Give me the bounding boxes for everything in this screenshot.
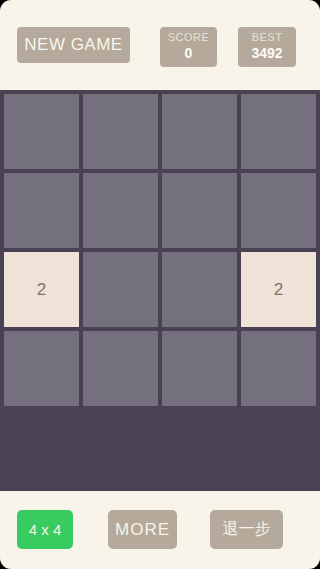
empty-cell — [83, 94, 158, 169]
score-label: SCORE — [168, 31, 210, 45]
tile-2: 2 — [241, 252, 316, 327]
empty-cell — [162, 252, 237, 327]
app-screen: NEW GAME SCORE 0 BEST 3492 22 4 x 4 MORE… — [0, 0, 320, 569]
empty-cell — [241, 94, 316, 169]
new-game-button[interactable]: NEW GAME — [17, 27, 130, 63]
empty-cell — [241, 173, 316, 248]
tile-2: 2 — [4, 252, 79, 327]
empty-cell — [162, 94, 237, 169]
header: NEW GAME SCORE 0 BEST 3492 — [0, 0, 320, 90]
empty-cell — [83, 331, 158, 406]
best-label: BEST — [252, 31, 283, 45]
tile-grid: 22 — [0, 90, 320, 410]
grid-size-button[interactable]: 4 x 4 — [17, 510, 73, 549]
game-board[interactable]: 22 — [0, 90, 320, 491]
empty-cell — [83, 252, 158, 327]
empty-cell — [4, 331, 79, 406]
empty-cell — [162, 173, 237, 248]
empty-cell — [241, 331, 316, 406]
more-button[interactable]: MORE — [108, 510, 177, 549]
undo-button[interactable]: 退一步 — [210, 510, 283, 549]
score-box: SCORE 0 — [160, 27, 217, 67]
empty-cell — [162, 331, 237, 406]
empty-cell — [83, 173, 158, 248]
best-value: 3492 — [251, 45, 282, 63]
empty-cell — [4, 94, 79, 169]
empty-cell — [4, 173, 79, 248]
score-value: 0 — [185, 45, 193, 63]
best-box: BEST 3492 — [238, 27, 296, 67]
